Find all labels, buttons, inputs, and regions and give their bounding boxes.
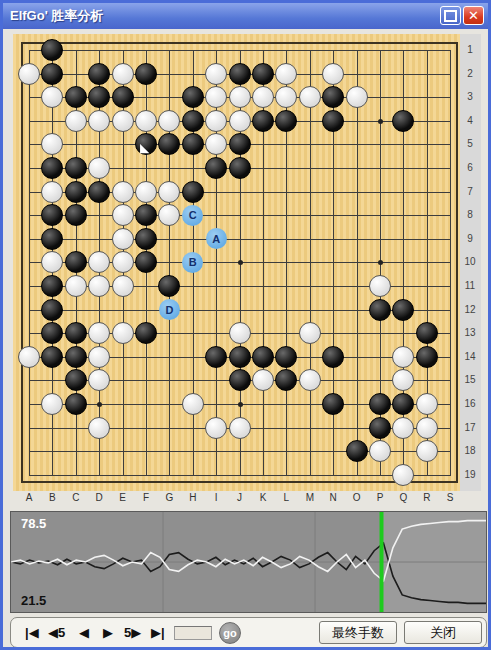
elfgo-winrate-window: ElfGo' 胜率分析 ✕ ABCD 123456789101112131415… (0, 0, 491, 650)
row-label: 15 (460, 374, 480, 385)
black-stone[interactable] (182, 86, 204, 108)
variation-marker-A[interactable]: A (206, 228, 227, 249)
white-stone[interactable] (158, 181, 180, 203)
black-stone[interactable] (416, 322, 438, 344)
white-stone[interactable] (275, 63, 297, 85)
black-stone[interactable] (65, 204, 87, 226)
row-label: 2 (460, 68, 480, 79)
white-stone[interactable] (299, 86, 321, 108)
black-stone[interactable] (182, 181, 204, 203)
triangle-mark (139, 141, 152, 154)
black-stone[interactable] (65, 322, 87, 344)
white-stone[interactable] (229, 322, 251, 344)
black-stone[interactable] (41, 299, 63, 321)
black-stone[interactable] (182, 110, 204, 132)
forward-1-button[interactable]: ▶ (103, 625, 113, 640)
white-stone[interactable] (112, 251, 134, 273)
row-label: 4 (460, 115, 480, 126)
last-move-button[interactable]: ▶| (151, 625, 165, 640)
row-label: 9 (460, 233, 480, 244)
white-stone[interactable] (41, 181, 63, 203)
black-stone[interactable] (369, 417, 391, 439)
white-stone[interactable] (205, 110, 227, 132)
column-label: Q (395, 492, 411, 503)
column-label: A (21, 492, 37, 503)
white-stone[interactable] (205, 63, 227, 85)
column-label: L (278, 492, 294, 503)
black-stone[interactable] (322, 110, 344, 132)
black-stone[interactable] (135, 228, 157, 250)
row-label: 3 (460, 91, 480, 102)
row-label: 11 (460, 280, 480, 291)
column-label: G (161, 492, 177, 503)
column-label: H (185, 492, 201, 503)
column-label: J (232, 492, 248, 503)
white-stone[interactable] (322, 63, 344, 85)
white-stone[interactable] (416, 417, 438, 439)
first-move-button[interactable]: |◀ (25, 625, 39, 640)
go-board[interactable]: ABCD (13, 34, 460, 491)
white-stone[interactable] (346, 86, 368, 108)
black-stone[interactable] (135, 63, 157, 85)
winrate-graph[interactable]: 78.5 21.5 (10, 511, 487, 613)
column-label: O (349, 492, 365, 503)
black-stone[interactable] (252, 110, 274, 132)
close-icon: ✕ (468, 8, 479, 23)
black-stone[interactable] (229, 157, 251, 179)
white-stone[interactable] (112, 181, 134, 203)
column-label: M (302, 492, 318, 503)
variation-marker-C[interactable]: C (182, 205, 203, 226)
black-stone[interactable] (229, 346, 251, 368)
navigation-toolbar: |◀ ◀5 ◀ ▶ 5▶ ▶| go 最终手数 关闭 (10, 617, 487, 648)
white-stone[interactable] (112, 110, 134, 132)
black-stone[interactable] (416, 346, 438, 368)
black-stone[interactable] (392, 299, 414, 321)
white-stone[interactable] (65, 110, 87, 132)
star-point (238, 402, 243, 407)
white-stone[interactable] (88, 346, 110, 368)
black-stone[interactable] (88, 181, 110, 203)
black-stone[interactable] (369, 299, 391, 321)
back-5-button[interactable]: ◀5 (48, 625, 65, 640)
black-winrate-label: 21.5 (21, 593, 46, 608)
title-bar[interactable]: ElfGo' 胜率分析 ✕ (3, 3, 488, 29)
column-label: E (115, 492, 131, 503)
black-stone[interactable] (65, 393, 87, 415)
black-stone[interactable] (369, 393, 391, 415)
white-stone[interactable] (88, 417, 110, 439)
column-label: K (255, 492, 271, 503)
black-stone[interactable] (205, 346, 227, 368)
move-number-input[interactable] (174, 626, 212, 640)
white-stone[interactable] (229, 110, 251, 132)
close-dialog-button[interactable]: 关闭 (404, 621, 482, 644)
white-stone[interactable] (112, 63, 134, 85)
white-stone[interactable] (88, 110, 110, 132)
white-stone[interactable] (182, 393, 204, 415)
white-stone[interactable] (229, 86, 251, 108)
variation-marker-D[interactable]: D (159, 299, 180, 320)
forward-5-button[interactable]: 5▶ (124, 625, 141, 640)
white-stone[interactable] (392, 417, 414, 439)
black-stone[interactable] (322, 346, 344, 368)
row-label: 7 (460, 186, 480, 197)
black-stone[interactable] (252, 63, 274, 85)
grid-line-v (450, 50, 451, 476)
white-stone[interactable] (112, 322, 134, 344)
white-stone[interactable] (112, 228, 134, 250)
row-label: 14 (460, 351, 480, 362)
maximize-button[interactable] (440, 6, 461, 25)
winrate-curves (11, 512, 486, 612)
white-stone[interactable] (112, 275, 134, 297)
white-stone[interactable] (229, 417, 251, 439)
row-label: 6 (460, 162, 480, 173)
row-coordinates: 12345678910111213141516171819 (460, 34, 481, 491)
column-label: P (372, 492, 388, 503)
column-label: C (68, 492, 84, 503)
white-stone[interactable] (299, 322, 321, 344)
row-label: 10 (460, 256, 480, 267)
maximize-icon (444, 10, 457, 22)
black-stone[interactable] (88, 63, 110, 85)
white-stone[interactable] (112, 204, 134, 226)
white-winrate-label: 78.5 (21, 516, 46, 531)
white-stone[interactable] (18, 346, 40, 368)
black-stone[interactable] (65, 86, 87, 108)
black-stone[interactable] (65, 181, 87, 203)
grid-line-v (310, 50, 311, 476)
close-button[interactable]: ✕ (463, 6, 484, 25)
white-stone[interactable] (416, 393, 438, 415)
row-label: 1 (460, 44, 480, 55)
black-stone[interactable] (65, 346, 87, 368)
black-stone[interactable] (229, 369, 251, 391)
white-stone[interactable] (135, 181, 157, 203)
column-label: S (442, 492, 458, 503)
column-label: F (138, 492, 154, 503)
column-label: I (208, 492, 224, 503)
column-label: B (44, 492, 60, 503)
black-stone[interactable] (229, 63, 251, 85)
white-stone[interactable] (18, 63, 40, 85)
black-stone[interactable] (41, 63, 63, 85)
star-point (378, 119, 383, 124)
back-1-button[interactable]: ◀ (79, 625, 89, 640)
row-label: 13 (460, 327, 480, 338)
black-stone[interactable] (65, 157, 87, 179)
white-stone[interactable] (65, 275, 87, 297)
column-coordinates: ABCDEFGHIJKLMNOPQRS (13, 491, 460, 507)
final-moves-button[interactable]: 最终手数 (319, 621, 397, 644)
row-label: 16 (460, 398, 480, 409)
row-label: 8 (460, 209, 480, 220)
grid-line-h (29, 475, 451, 476)
row-label: 5 (460, 138, 480, 149)
white-stone[interactable] (416, 440, 438, 462)
white-stone[interactable] (369, 275, 391, 297)
column-label: R (419, 492, 435, 503)
row-label: 12 (460, 304, 480, 315)
column-label: D (91, 492, 107, 503)
grid-line-v (357, 50, 358, 476)
row-label: 19 (460, 469, 480, 480)
white-stone[interactable] (135, 110, 157, 132)
black-stone[interactable] (252, 346, 274, 368)
go-button[interactable]: go (219, 622, 241, 644)
black-stone[interactable] (112, 86, 134, 108)
window-title: ElfGo' 胜率分析 (3, 7, 103, 25)
black-stone[interactable] (346, 440, 368, 462)
row-label: 17 (460, 422, 480, 433)
row-label: 18 (460, 445, 480, 456)
white-stone[interactable] (205, 417, 227, 439)
black-stone[interactable] (229, 133, 251, 155)
column-label: N (325, 492, 341, 503)
